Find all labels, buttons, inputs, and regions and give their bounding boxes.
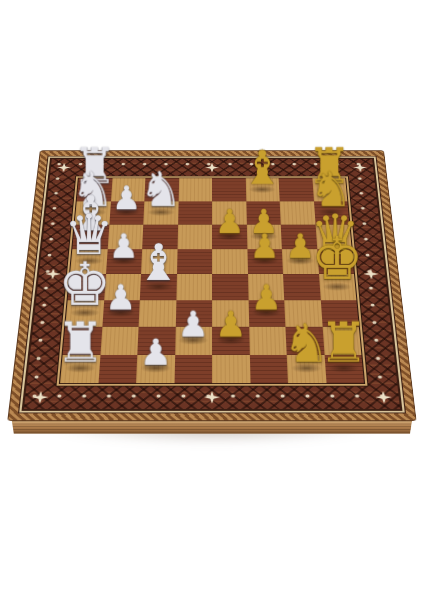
- square-a5: [212, 178, 246, 201]
- square-h4: [174, 354, 212, 383]
- square-b8: [313, 201, 349, 225]
- king-glyph: ♚: [58, 255, 111, 314]
- square-b7: [280, 201, 315, 225]
- square-b2: [109, 201, 144, 225]
- pawn-glyph: ♟: [105, 280, 136, 315]
- square-e5: [212, 274, 248, 300]
- pearl-star-inlay: [204, 391, 220, 404]
- pawn-glyph: ♟: [178, 306, 210, 341]
- square-c4: [177, 225, 212, 249]
- square-d5: [212, 249, 248, 274]
- square-d6: [247, 249, 283, 274]
- square-a8: [312, 178, 347, 201]
- bishop-glyph: ♝: [136, 238, 181, 288]
- square-a6: [245, 178, 279, 201]
- square-b4: [178, 201, 212, 225]
- pawn-glyph: ♟: [215, 306, 247, 341]
- board-scene: ♜♞♝♛♚♜♟♟♟♞♝♟♟♜♞♛♚♜♞♝♟♟♟♟♟♟: [0, 0, 424, 600]
- square-c1: [72, 225, 109, 249]
- square-b1: [75, 201, 111, 225]
- square-c5: [212, 225, 247, 249]
- square-g6: [249, 327, 287, 355]
- pearl-star-inlay: [375, 391, 392, 404]
- square-b6: [246, 201, 281, 225]
- board-front-edge: [12, 420, 412, 434]
- rook-glyph: ♜: [55, 315, 104, 370]
- square-b3: [143, 201, 178, 225]
- square-b5: [212, 201, 246, 225]
- chess-board-3d: ♜♞♝♛♚♜♟♟♟♞♝♟♟♜♞♛♚♜♞♝♟♟♟♟♟♟: [8, 151, 415, 420]
- square-f3: [139, 300, 176, 327]
- square-e4: [176, 274, 212, 300]
- pawn-glyph: ♟: [139, 334, 171, 370]
- knight-glyph: ♞: [282, 317, 330, 370]
- square-a1: [77, 178, 112, 201]
- king-glyph: ♚: [311, 230, 363, 289]
- square-c6: [246, 225, 281, 249]
- chess-set-photo: ♜♞♝♛♚♜♟♟♟♞♝♟♟♜♞♛♚♜♞♝♟♟♟♟♟♟: [0, 0, 424, 600]
- square-a2: [111, 178, 146, 201]
- square-a4: [178, 178, 212, 201]
- square-g2: [100, 327, 139, 355]
- square-a3: [144, 178, 178, 201]
- square-d4: [177, 249, 213, 274]
- square-a7: [279, 178, 314, 201]
- pearl-star-inlay: [32, 391, 49, 404]
- pawn-glyph: ♟: [251, 280, 282, 315]
- square-h5: [212, 354, 250, 383]
